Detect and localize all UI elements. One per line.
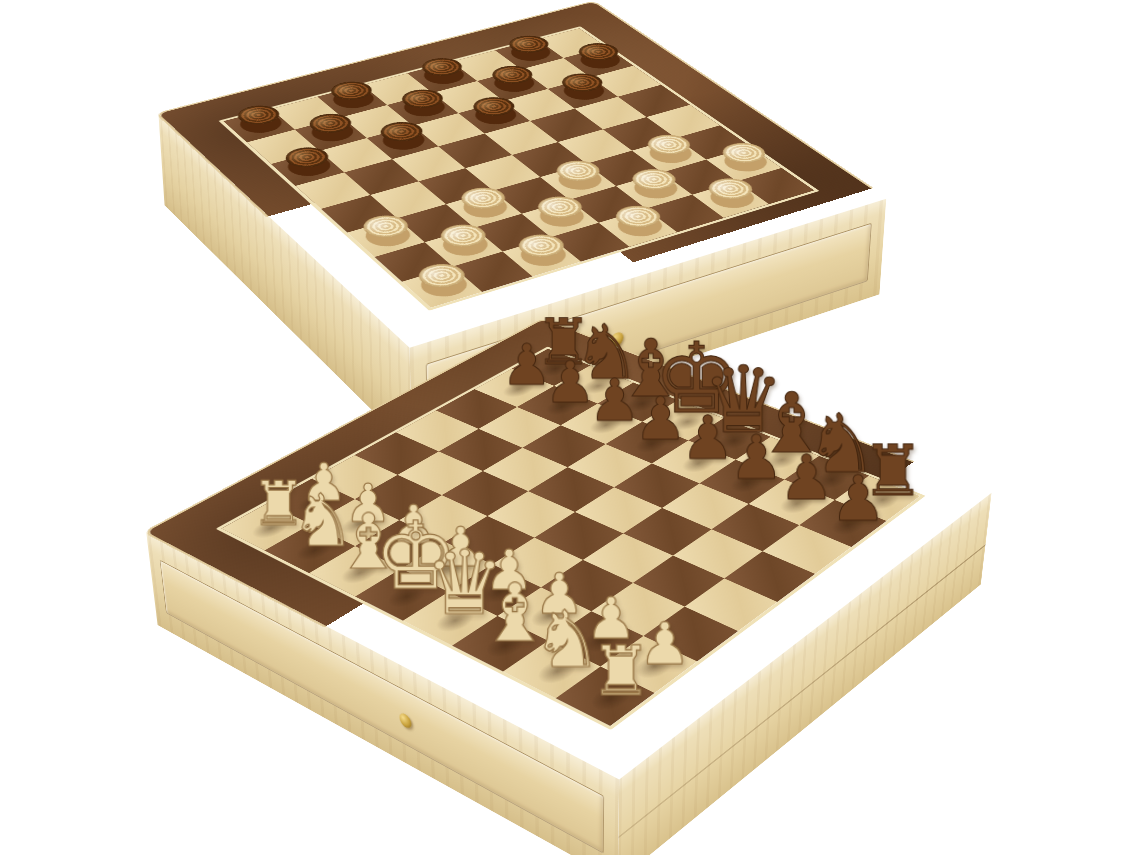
dark-checker-piece — [466, 104, 522, 130]
dark-checker-piece — [325, 88, 380, 113]
dark-checker-piece — [502, 42, 556, 66]
dark-checker-piece — [485, 73, 540, 98]
chess-box: ♜♞♝♛♚♝♞♜♟♟♟♟♟♟♟♟♟♟♟♟♟♟♟♟♜♞♝♛♚♝♞♜ — [146, 319, 991, 779]
dark-checker-piece — [395, 96, 450, 121]
product-photo-scene: ♜♞♝♛♚♝♞♜♟♟♟♟♟♟♟♟♟♟♟♟♟♟♟♟♜♞♝♛♚♝♞♜ — [0, 0, 1140, 855]
white-rook: ♜ — [530, 510, 712, 704]
dark-checker-piece — [231, 113, 286, 139]
dark-checker-piece — [279, 155, 336, 183]
light-checker-piece — [640, 142, 698, 169]
dark-checker-piece — [415, 65, 469, 89]
dark-checker-piece — [571, 50, 625, 74]
dark-checker-piece — [555, 80, 611, 105]
chess-board: ♜♞♝♛♚♝♞♜♟♟♟♟♟♟♟♟♟♟♟♟♟♟♟♟♜♞♝♛♚♝♞♜ — [146, 319, 991, 779]
dark-checker-piece — [374, 129, 431, 156]
light-checker-piece — [624, 176, 684, 204]
chess-pieces-layer: ♜♞♝♛♚♝♞♜♟♟♟♟♟♟♟♟♟♟♟♟♟♟♟♟♜♞♝♛♚♝♞♜ — [146, 319, 991, 779]
light-checker-piece — [700, 185, 760, 214]
black-pawn: ♟ — [777, 357, 939, 529]
light-checker-piece — [714, 150, 773, 177]
